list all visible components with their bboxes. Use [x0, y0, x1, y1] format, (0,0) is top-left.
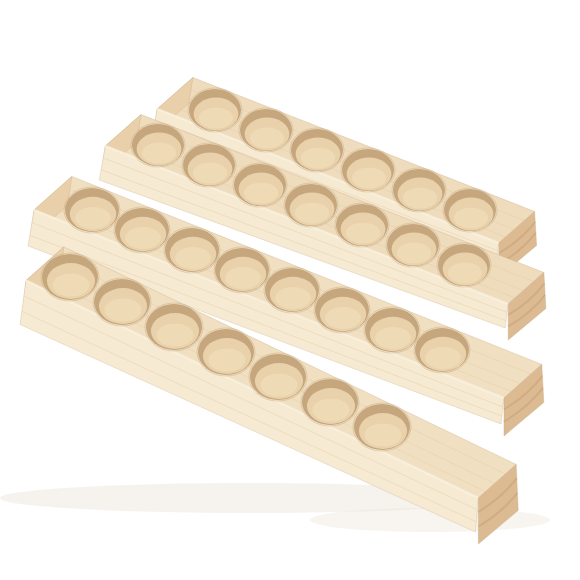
- bottle-hole: [249, 353, 307, 401]
- bottle-hole: [233, 163, 287, 207]
- bottle-hole: [443, 188, 497, 232]
- bottle-hole: [364, 307, 420, 353]
- bottle-hole: [284, 183, 338, 227]
- bottle-hole: [214, 247, 270, 293]
- bottle-hole: [301, 378, 359, 426]
- bottle-hole: [188, 88, 242, 132]
- bottle-hole: [197, 328, 255, 376]
- bottle-hole: [392, 168, 446, 212]
- bottle-hole: [145, 303, 203, 351]
- bottle-hole: [414, 327, 470, 373]
- product-photo-canvas: [0, 0, 580, 580]
- bottle-hole: [131, 123, 185, 167]
- bottle-hole: [239, 108, 293, 152]
- bottle-hole: [164, 227, 220, 273]
- bottle-hole: [386, 223, 440, 267]
- bottle-hole: [182, 143, 236, 187]
- bottle-hole: [437, 243, 491, 287]
- bottle-hole: [64, 187, 120, 233]
- bottle-hole: [290, 128, 344, 172]
- bottle-hole: [114, 207, 170, 253]
- bottle-hole: [314, 287, 370, 333]
- wooden-display-rack-photo: [0, 0, 580, 580]
- bottle-hole: [341, 148, 395, 192]
- bottle-hole: [93, 278, 151, 326]
- bottle-hole: [41, 253, 99, 301]
- bottle-hole: [335, 203, 389, 247]
- bottle-hole: [353, 403, 411, 451]
- bottle-hole: [264, 267, 320, 313]
